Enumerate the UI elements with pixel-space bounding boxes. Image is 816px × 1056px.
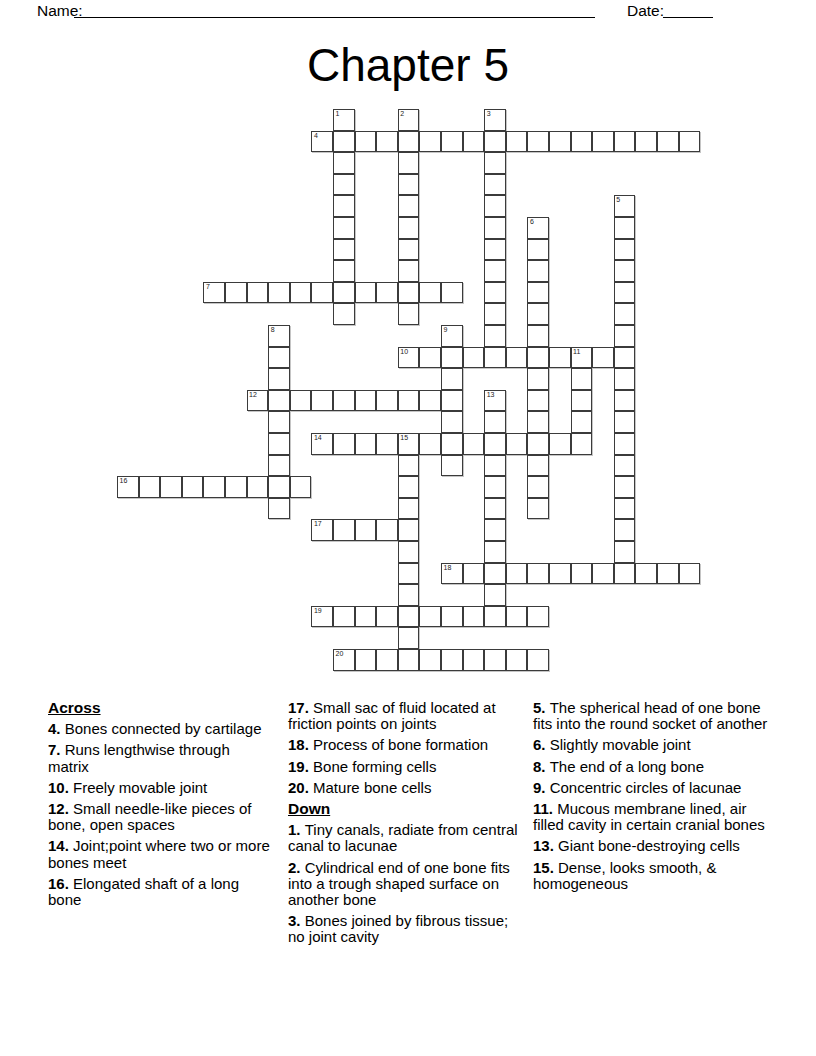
clue-2-down: 2. Cylindrical end of one bone fits into… bbox=[288, 860, 522, 909]
grid-cell[interactable] bbox=[484, 303, 506, 325]
grid-cell[interactable] bbox=[484, 195, 506, 217]
grid-cell[interactable] bbox=[182, 476, 204, 498]
date-blank-line bbox=[663, 1, 713, 18]
grid-cell[interactable] bbox=[398, 563, 420, 585]
grid-cell[interactable] bbox=[484, 282, 506, 304]
cell-number: 14 bbox=[314, 434, 322, 442]
cell-number: 5 bbox=[616, 196, 620, 204]
grid-cell[interactable] bbox=[355, 649, 377, 671]
grid-cell[interactable] bbox=[571, 368, 593, 390]
grid-cell[interactable] bbox=[571, 411, 593, 433]
grid-cell[interactable] bbox=[484, 563, 506, 585]
grid-cell[interactable] bbox=[441, 368, 463, 390]
grid-cell[interactable] bbox=[614, 347, 636, 369]
grid-cell[interactable] bbox=[614, 325, 636, 347]
grid-cell[interactable] bbox=[592, 563, 614, 585]
grid-cell[interactable] bbox=[398, 455, 420, 477]
grid-cell[interactable] bbox=[527, 347, 549, 369]
grid-cell[interactable] bbox=[398, 627, 420, 649]
clue-17-across: 17. Small sac of fluid located at fricti… bbox=[288, 700, 522, 732]
grid-cell[interactable] bbox=[614, 239, 636, 261]
cell-number: 10 bbox=[400, 348, 408, 356]
grid-cell[interactable] bbox=[657, 563, 679, 585]
grid-cell[interactable] bbox=[268, 347, 290, 369]
grid-cell[interactable]: 11 bbox=[571, 347, 593, 369]
grid-cell[interactable] bbox=[614, 541, 636, 563]
grid-cell[interactable]: 12 bbox=[247, 390, 269, 412]
clue-4-across: 4. Bones connected by cartilage bbox=[48, 721, 272, 737]
grid-cell[interactable] bbox=[398, 303, 420, 325]
grid-cell[interactable]: 3 bbox=[484, 109, 506, 131]
grid-cell[interactable] bbox=[614, 455, 636, 477]
grid-cell[interactable] bbox=[657, 131, 679, 153]
grid-cell[interactable] bbox=[419, 131, 441, 153]
grid-cell[interactable] bbox=[247, 282, 269, 304]
grid-cell[interactable] bbox=[441, 411, 463, 433]
grid-cell[interactable] bbox=[484, 455, 506, 477]
grid-cell[interactable]: 10 bbox=[398, 347, 420, 369]
grid-cell[interactable] bbox=[355, 519, 377, 541]
grid-cell[interactable] bbox=[268, 390, 290, 412]
name-blank-line bbox=[74, 1, 595, 18]
grid-cell[interactable] bbox=[419, 606, 441, 628]
grid-cell[interactable] bbox=[419, 390, 441, 412]
cell-number: 19 bbox=[314, 607, 322, 615]
grid-cell[interactable] bbox=[441, 649, 463, 671]
grid-cell[interactable] bbox=[527, 282, 549, 304]
grid-cell[interactable] bbox=[290, 390, 312, 412]
clue-3-down: 3. Bones joined by fibrous tissue; no jo… bbox=[288, 913, 522, 945]
grid-cell[interactable] bbox=[592, 347, 614, 369]
grid-cell[interactable] bbox=[268, 455, 290, 477]
grid-cell[interactable] bbox=[441, 455, 463, 477]
cell-number: 3 bbox=[487, 110, 491, 118]
grid-cell[interactable] bbox=[463, 433, 485, 455]
grid-cell[interactable] bbox=[419, 649, 441, 671]
cell-number: 15 bbox=[400, 434, 408, 442]
grid-cell[interactable]: 1 bbox=[333, 109, 355, 131]
grid-cell[interactable] bbox=[333, 390, 355, 412]
grid-cell[interactable]: 9 bbox=[441, 325, 463, 347]
grid-cell[interactable] bbox=[484, 584, 506, 606]
grid-cell[interactable]: 16 bbox=[117, 476, 139, 498]
grid-cell[interactable] bbox=[333, 195, 355, 217]
grid-cell[interactable] bbox=[527, 411, 549, 433]
clue-1-down: 1. Tiny canals, radiate from central can… bbox=[288, 822, 522, 854]
grid-cell[interactable]: 15 bbox=[398, 433, 420, 455]
page-title: Chapter 5 bbox=[0, 38, 816, 92]
clue-11-down: 11. Mucous membrane lined, air filled ca… bbox=[533, 801, 776, 833]
grid-cell[interactable] bbox=[333, 433, 355, 455]
grid-cell[interactable] bbox=[268, 476, 290, 498]
grid-cell[interactable] bbox=[398, 152, 420, 174]
grid-cell[interactable] bbox=[203, 476, 225, 498]
grid-cell[interactable] bbox=[571, 131, 593, 153]
grid-cell[interactable] bbox=[247, 476, 269, 498]
grid-cell[interactable] bbox=[398, 217, 420, 239]
cell-number: 11 bbox=[573, 348, 580, 356]
cell-number: 12 bbox=[249, 391, 257, 399]
cell-number: 20 bbox=[336, 650, 344, 658]
grid-cell[interactable]: 8 bbox=[268, 325, 290, 347]
cell-number: 1 bbox=[336, 110, 340, 118]
grid-cell[interactable]: 20 bbox=[333, 649, 355, 671]
clue-14-across: 14. Joint;point where two or more bones … bbox=[48, 838, 272, 870]
grid-cell[interactable] bbox=[398, 239, 420, 261]
grid-cell[interactable] bbox=[376, 649, 398, 671]
grid-cell[interactable] bbox=[527, 303, 549, 325]
grid-cell[interactable] bbox=[160, 476, 182, 498]
clue-15-down: 15. Dense, looks smooth, & homogeneous bbox=[533, 860, 776, 892]
grid-cell[interactable] bbox=[398, 390, 420, 412]
grid-cell[interactable] bbox=[441, 131, 463, 153]
grid-cell[interactable] bbox=[549, 131, 571, 153]
clue-12-across: 12. Small needle-like pieces of bone, op… bbox=[48, 801, 272, 833]
grid-cell[interactable] bbox=[527, 455, 549, 477]
grid-cell[interactable] bbox=[527, 131, 549, 153]
cell-number: 16 bbox=[120, 477, 128, 485]
grid-cell[interactable] bbox=[614, 498, 636, 520]
grid-cell[interactable] bbox=[571, 433, 593, 455]
grid-cell[interactable] bbox=[506, 649, 528, 671]
crossword-grid: 1234567891011121314151617181920 bbox=[117, 109, 701, 671]
grid-cell[interactable] bbox=[398, 606, 420, 628]
grid-cell[interactable] bbox=[506, 433, 528, 455]
grid-cell[interactable] bbox=[614, 411, 636, 433]
cell-number: 13 bbox=[487, 391, 495, 399]
grid-cell[interactable] bbox=[527, 606, 549, 628]
grid-cell[interactable] bbox=[614, 368, 636, 390]
grid-cell[interactable]: 5 bbox=[614, 195, 636, 217]
grid-cell[interactable] bbox=[592, 131, 614, 153]
cell-number: 9 bbox=[444, 326, 448, 334]
grid-cell[interactable] bbox=[635, 131, 657, 153]
grid-cell[interactable] bbox=[398, 260, 420, 282]
grid-cell[interactable] bbox=[614, 519, 636, 541]
grid-cell[interactable] bbox=[549, 433, 571, 455]
grid-cell[interactable] bbox=[290, 476, 312, 498]
grid-cell[interactable] bbox=[311, 282, 333, 304]
grid-cell[interactable] bbox=[419, 282, 441, 304]
grid-cell[interactable] bbox=[506, 131, 528, 153]
cell-number: 8 bbox=[271, 326, 275, 334]
grid-cell[interactable] bbox=[614, 131, 636, 153]
grid-cell[interactable] bbox=[268, 368, 290, 390]
grid-cell[interactable] bbox=[614, 282, 636, 304]
clue-10-across: 10. Freely movable joint bbox=[48, 780, 272, 796]
grid-cell[interactable] bbox=[268, 411, 290, 433]
grid-cell[interactable] bbox=[527, 433, 549, 455]
cell-number: 17 bbox=[314, 520, 322, 528]
grid-cell[interactable] bbox=[614, 433, 636, 455]
grid-cell[interactable] bbox=[527, 325, 549, 347]
grid-cell[interactable] bbox=[376, 131, 398, 153]
grid-cell[interactable] bbox=[571, 390, 593, 412]
grid-cell[interactable] bbox=[398, 195, 420, 217]
grid-cell[interactable] bbox=[376, 390, 398, 412]
grid-cell[interactable] bbox=[463, 606, 485, 628]
grid-cell[interactable] bbox=[290, 282, 312, 304]
grid-cell[interactable] bbox=[333, 131, 355, 153]
grid-cell[interactable] bbox=[441, 390, 463, 412]
grid-cell[interactable] bbox=[441, 347, 463, 369]
grid-cell[interactable] bbox=[355, 390, 377, 412]
grid-cell[interactable] bbox=[549, 563, 571, 585]
grid-cell[interactable]: 7 bbox=[203, 282, 225, 304]
grid-cell[interactable] bbox=[463, 649, 485, 671]
grid-cell[interactable] bbox=[441, 606, 463, 628]
clue-8-down: 8. The end of a long bone bbox=[533, 759, 776, 775]
grid-cell[interactable]: 19 bbox=[311, 606, 333, 628]
clue-column-middle: 17. Small sac of fluid located at fricti… bbox=[288, 700, 522, 951]
grid-cell[interactable] bbox=[484, 541, 506, 563]
grid-cell[interactable] bbox=[333, 606, 355, 628]
grid-cell[interactable] bbox=[333, 282, 355, 304]
grid-cell[interactable]: 18 bbox=[441, 563, 463, 585]
clue-6-down: 6. Slightly movable joint bbox=[533, 737, 776, 753]
grid-cell[interactable] bbox=[398, 541, 420, 563]
grid-cell[interactable] bbox=[376, 282, 398, 304]
grid-cell[interactable] bbox=[139, 476, 161, 498]
grid-cell[interactable] bbox=[398, 131, 420, 153]
cell-number: 7 bbox=[206, 283, 210, 291]
grid-cell[interactable] bbox=[506, 606, 528, 628]
grid-cell[interactable] bbox=[463, 347, 485, 369]
grid-cell[interactable]: 4 bbox=[311, 131, 333, 153]
grid-cell[interactable]: 17 bbox=[311, 519, 333, 541]
cell-number: 18 bbox=[444, 564, 452, 572]
grid-cell[interactable] bbox=[484, 260, 506, 282]
grid-cell[interactable] bbox=[614, 563, 636, 585]
grid-cell[interactable] bbox=[484, 606, 506, 628]
grid-cell[interactable] bbox=[484, 174, 506, 196]
clue-16-across: 16. Elongated shaft of a long bone bbox=[48, 876, 272, 908]
grid-cell[interactable] bbox=[463, 563, 485, 585]
grid-cell[interactable] bbox=[268, 433, 290, 455]
grid-cell[interactable] bbox=[527, 498, 549, 520]
clue-7-across: 7. Runs lengthwise through matrix bbox=[48, 742, 272, 774]
grid-cell[interactable] bbox=[355, 433, 377, 455]
grid-cell[interactable] bbox=[679, 131, 701, 153]
grid-cell[interactable] bbox=[398, 519, 420, 541]
grid-cell[interactable] bbox=[333, 174, 355, 196]
grid-cell[interactable]: 2 bbox=[398, 109, 420, 131]
grid-cell[interactable] bbox=[333, 303, 355, 325]
grid-cell[interactable] bbox=[398, 498, 420, 520]
clue-column-down: 5. The spherical head of one bone fits i… bbox=[533, 700, 776, 897]
grid-cell[interactable] bbox=[484, 347, 506, 369]
grid-cell[interactable] bbox=[527, 476, 549, 498]
grid-cell[interactable] bbox=[571, 563, 593, 585]
clue-column-across: Across4. Bones connected by cartilage7. … bbox=[48, 700, 272, 913]
grid-cell[interactable] bbox=[614, 476, 636, 498]
grid-cell[interactable] bbox=[549, 347, 571, 369]
grid-cell[interactable] bbox=[398, 282, 420, 304]
across-heading: Across bbox=[48, 700, 272, 716]
grid-cell[interactable] bbox=[527, 239, 549, 261]
grid-cell[interactable] bbox=[333, 260, 355, 282]
grid-cell[interactable] bbox=[225, 476, 247, 498]
grid-cell[interactable] bbox=[484, 433, 506, 455]
grid-cell[interactable] bbox=[355, 606, 377, 628]
grid-cell[interactable] bbox=[333, 519, 355, 541]
grid-cell[interactable] bbox=[527, 649, 549, 671]
grid-cell[interactable] bbox=[398, 174, 420, 196]
grid-cell[interactable] bbox=[419, 347, 441, 369]
grid-cell[interactable] bbox=[635, 563, 657, 585]
grid-cell[interactable] bbox=[355, 282, 377, 304]
grid-cell[interactable] bbox=[398, 476, 420, 498]
clue-19-across: 19. Bone forming cells bbox=[288, 759, 522, 775]
grid-cell[interactable] bbox=[484, 476, 506, 498]
clue-9-down: 9. Concentric circles of lacunae bbox=[533, 780, 776, 796]
grid-cell[interactable] bbox=[376, 433, 398, 455]
grid-cell[interactable] bbox=[441, 433, 463, 455]
grid-cell[interactable] bbox=[527, 563, 549, 585]
grid-cell[interactable] bbox=[527, 260, 549, 282]
grid-cell[interactable]: 14 bbox=[311, 433, 333, 455]
cell-number: 6 bbox=[530, 218, 534, 226]
header-row: Name: Date: bbox=[0, 0, 816, 24]
date-label: Date: bbox=[627, 2, 664, 20]
grid-cell[interactable]: 13 bbox=[484, 390, 506, 412]
grid-cell[interactable] bbox=[355, 131, 377, 153]
grid-cell[interactable] bbox=[484, 411, 506, 433]
grid-cell[interactable] bbox=[614, 303, 636, 325]
grid-cell[interactable] bbox=[333, 239, 355, 261]
clue-20-across: 20. Mature bone cells bbox=[288, 780, 522, 796]
grid-cell[interactable] bbox=[398, 584, 420, 606]
grid-cell[interactable] bbox=[527, 390, 549, 412]
grid-cell[interactable] bbox=[506, 563, 528, 585]
grid-cell[interactable] bbox=[268, 282, 290, 304]
grid-cell[interactable] bbox=[614, 390, 636, 412]
grid-cell[interactable] bbox=[614, 260, 636, 282]
grid-cell[interactable] bbox=[376, 606, 398, 628]
grid-cell[interactable] bbox=[311, 390, 333, 412]
grid-cell[interactable] bbox=[484, 325, 506, 347]
grid-cell[interactable] bbox=[463, 131, 485, 153]
grid-cell[interactable] bbox=[268, 498, 290, 520]
grid-cell[interactable] bbox=[333, 152, 355, 174]
grid-cell[interactable] bbox=[484, 498, 506, 520]
down-heading: Down bbox=[288, 801, 522, 817]
grid-cell[interactable] bbox=[506, 347, 528, 369]
clue-5-down: 5. The spherical head of one bone fits i… bbox=[533, 700, 776, 732]
grid-cell[interactable] bbox=[484, 519, 506, 541]
clue-18-across: 18. Process of bone formation bbox=[288, 737, 522, 753]
grid-cell[interactable] bbox=[484, 131, 506, 153]
grid-cell[interactable] bbox=[441, 282, 463, 304]
grid-cell[interactable] bbox=[484, 217, 506, 239]
grid-cell[interactable] bbox=[614, 217, 636, 239]
grid-cell[interactable] bbox=[376, 519, 398, 541]
worksheet-page: { "game": "crossword", "title": "Chapter… bbox=[0, 0, 816, 1056]
grid-cell[interactable] bbox=[484, 152, 506, 174]
grid-cell[interactable] bbox=[333, 217, 355, 239]
grid-cell[interactable] bbox=[484, 239, 506, 261]
grid-cell[interactable] bbox=[225, 282, 247, 304]
cell-number: 4 bbox=[314, 132, 318, 140]
clue-13-down: 13. Giant bone-destroying cells bbox=[533, 838, 776, 854]
grid-cell[interactable] bbox=[419, 433, 441, 455]
cell-number: 2 bbox=[400, 110, 404, 118]
grid-cell[interactable] bbox=[398, 649, 420, 671]
grid-cell[interactable] bbox=[484, 649, 506, 671]
grid-cell[interactable]: 6 bbox=[527, 217, 549, 239]
grid-cell[interactable] bbox=[527, 368, 549, 390]
grid-cell[interactable] bbox=[679, 563, 701, 585]
